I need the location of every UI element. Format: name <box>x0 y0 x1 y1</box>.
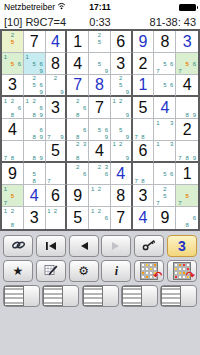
given-digit: 7 <box>89 97 110 118</box>
minigrid-icon <box>122 286 142 306</box>
minigrid-cell <box>19 288 24 290</box>
candidate-slot <box>38 148 45 155</box>
cell-r6c4[interactable]: 238 <box>67 141 89 163</box>
candidate-slot <box>124 141 131 148</box>
candidate-slot: 9 <box>38 111 45 118</box>
cell-r9c3[interactable]: 12 <box>46 207 68 229</box>
candidate-slot <box>103 45 110 52</box>
cell-r6c7[interactable]: 6 <box>133 141 155 163</box>
candidate-slot: 6 <box>81 170 88 177</box>
candidate-slot <box>24 75 31 82</box>
cell-r5c8[interactable]: 13 <box>154 119 176 141</box>
cell-r2c6[interactable]: 3 <box>111 53 133 75</box>
candidate-slot: 7 <box>154 199 161 206</box>
candidate-slot <box>46 88 53 95</box>
cell-r3c3[interactable]: 29 <box>46 75 68 97</box>
cell-r9c1[interactable]: 128 <box>2 207 24 229</box>
given-digit: 6 <box>133 141 154 161</box>
undo-move-button[interactable] <box>69 235 99 257</box>
candidate-slot <box>67 177 74 184</box>
candidate-slot: 1 <box>154 141 161 148</box>
cell-r4c6[interactable]: 129 <box>111 97 133 119</box>
cell-r3c1[interactable]: 3 <box>2 75 24 97</box>
cell-r2c9[interactable]: 567 <box>176 53 198 75</box>
candidate-slot <box>161 88 168 95</box>
candidate-slot: 1 <box>2 97 9 104</box>
candidate-grid: 25 <box>89 31 110 52</box>
toolbar: 3 ★ ⚙ i ↶ ↷ <box>0 231 200 307</box>
candidate-grid: 78 <box>133 163 154 184</box>
cell-r4c3[interactable]: 3 <box>46 97 68 119</box>
cell-r1c2[interactable]: 7 <box>24 31 46 53</box>
candidate-slot <box>111 75 118 82</box>
info-button[interactable]: i <box>101 260 131 282</box>
candidate-slot: 8 <box>31 111 38 118</box>
saved-state-button-5[interactable] <box>160 285 197 307</box>
candidate-slot: 2 <box>117 141 124 148</box>
candidate-slot <box>74 104 81 111</box>
candidate-slot <box>124 75 131 82</box>
cell-r4c4[interactable]: 268 <box>67 97 89 119</box>
cell-r3c4[interactable]: 7 <box>67 75 89 97</box>
candidate-slot <box>24 119 31 126</box>
cell-r5c6[interactable]: 59 <box>111 119 133 141</box>
cell-r3c6[interactable]: 259 <box>111 75 133 97</box>
cell-r9c7[interactable]: 4 <box>133 207 155 229</box>
candidate-slot <box>2 222 9 229</box>
sudoku-board: 2574125698315615698459325675673256929782… <box>0 29 200 231</box>
given-digit: 5 <box>46 141 66 161</box>
candidate-slot <box>168 133 175 140</box>
candidate-slot <box>103 31 110 38</box>
given-digit: 4 <box>176 75 198 95</box>
digit-select-button[interactable]: 3 <box>167 235 197 257</box>
candidate-slot: 8 <box>31 133 38 140</box>
cell-r9c9[interactable]: 68 <box>176 207 198 229</box>
candidate-slot <box>31 104 38 111</box>
candidate-slot <box>176 192 183 199</box>
candidate-slot: 8 <box>9 111 16 118</box>
candidate-slot: 2 <box>31 75 38 82</box>
candidate-slot <box>168 88 175 95</box>
cell-r7c9[interactable]: 1 <box>176 163 198 185</box>
candidate-slot: 8 <box>9 154 16 161</box>
candidate-slot <box>103 199 110 206</box>
candidate-slot: 6 <box>38 126 45 133</box>
candidate-slot: 2 <box>117 97 124 104</box>
cell-r4c7[interactable]: 5 <box>133 97 155 119</box>
cell-r7c5[interactable]: 236 <box>89 163 111 185</box>
candidate-slot <box>176 53 183 60</box>
candidate-slot: 6 <box>16 60 23 67</box>
candidate-slot: 1 <box>24 53 31 60</box>
candidate-slot <box>2 45 9 52</box>
candidate-slot <box>191 53 198 60</box>
candidate-slot: 8 <box>140 177 147 184</box>
cell-r8c5[interactable]: 12 <box>89 185 111 207</box>
cell-r8c2[interactable]: 4 <box>24 185 46 207</box>
candidate-slot <box>38 75 45 82</box>
cell-r8c6[interactable]: 8 <box>111 185 133 207</box>
candidate-slot <box>9 67 16 74</box>
cell-r9c8[interactable]: 9 <box>154 207 176 229</box>
candidate-slot <box>67 111 74 118</box>
given-digit: 8 <box>46 53 66 74</box>
gear-icon: ⚙ <box>78 265 89 277</box>
candidate-slot <box>96 199 103 206</box>
candidate-slot <box>59 82 66 89</box>
candidate-slot <box>154 88 161 95</box>
saved-state-button-3[interactable] <box>82 285 119 307</box>
candidate-slot: 9 <box>124 88 131 95</box>
cell-r6c5[interactable]: 4 <box>89 141 111 163</box>
candidate-slot <box>147 177 154 184</box>
candidate-slot <box>96 119 103 126</box>
candidate-slot <box>67 133 74 140</box>
candidate-slot: 6 <box>191 60 198 67</box>
candidate-slot <box>16 45 23 52</box>
cell-r6c8[interactable]: 13 <box>154 141 176 163</box>
candidate-slot: 5 <box>183 192 190 199</box>
cell-r4c2[interactable]: 12689 <box>24 97 46 119</box>
cell-r1c9[interactable]: 3 <box>176 31 198 53</box>
candidate-slot <box>46 126 53 133</box>
cell-r5c2[interactable]: 689 <box>24 119 46 141</box>
candidate-slot <box>161 154 168 161</box>
cell-r2c7[interactable]: 2 <box>133 53 155 75</box>
candidate-slot <box>31 119 38 126</box>
candidate-slot <box>154 148 161 155</box>
candidate-slot <box>9 185 16 192</box>
candidate-slot <box>176 60 183 67</box>
cell-r5c4[interactable]: 68 <box>67 119 89 141</box>
candidate-slot <box>67 97 74 104</box>
cell-r7c4[interactable]: 26 <box>67 163 89 185</box>
candidate-slot <box>24 88 31 95</box>
candidate-slot <box>183 141 190 148</box>
candidate-slot <box>81 148 88 155</box>
cell-r7c2[interactable]: 58 <box>24 163 46 185</box>
candidate-slot <box>191 148 198 155</box>
minigrid-icon <box>43 286 63 306</box>
candidate-slot <box>161 141 168 148</box>
cell-r5c7[interactable]: 78 <box>133 119 155 141</box>
candidate-slot: 3 <box>81 141 88 148</box>
candidate-slot <box>74 119 81 126</box>
candidate-slot <box>133 126 140 133</box>
settings-button[interactable]: ⚙ <box>69 260 99 282</box>
candidate-slot <box>124 126 131 133</box>
candidate-slot <box>9 199 16 206</box>
back-arrow-icon <box>78 239 90 254</box>
cell-r4c8[interactable]: 4 <box>154 97 176 119</box>
cell-r1c4[interactable]: 1 <box>67 31 89 53</box>
cell-r2c5[interactable]: 59 <box>89 53 111 75</box>
cell-r1c7[interactable]: 9 <box>133 31 155 53</box>
candidate-slot <box>89 133 96 140</box>
candidate-slot: 5 <box>31 170 38 177</box>
cell-r3c9[interactable]: 4 <box>176 75 198 97</box>
cell-r8c4[interactable]: 9 <box>67 185 89 207</box>
candidate-slot <box>183 185 190 192</box>
candidate-slot <box>176 207 183 214</box>
candidate-slot <box>161 67 168 74</box>
candidate-grid: 89 <box>24 141 45 161</box>
jump-start-button[interactable] <box>36 235 66 257</box>
candidate-slot <box>67 126 74 133</box>
candidate-slot <box>117 154 124 161</box>
candidate-slot: 7 <box>154 67 161 74</box>
key-button[interactable] <box>134 235 164 257</box>
candidate-slot: 5 <box>9 38 16 45</box>
minigrid-cell <box>19 293 24 295</box>
candidate-slot <box>154 177 161 184</box>
cell-r8c3[interactable]: 6 <box>46 185 68 207</box>
candidate-grid: 58 <box>24 163 45 184</box>
candidate-slot: 3 <box>103 163 110 170</box>
candidate-slot <box>103 185 110 192</box>
candidate-slot <box>74 177 81 184</box>
candidate-slot <box>38 53 45 60</box>
candidate-grid: 236 <box>89 163 110 184</box>
candidate-slot: 7 <box>176 199 183 206</box>
candidate-slot <box>89 119 96 126</box>
cell-r1c8[interactable]: 8 <box>154 31 176 53</box>
candidate-grid: 25 <box>2 31 23 52</box>
candidate-slot <box>9 148 16 155</box>
candidate-slot <box>96 67 103 74</box>
candidate-slot <box>161 199 168 206</box>
candidate-grid: 2569 <box>24 75 45 95</box>
bookmark-button[interactable]: ★ <box>3 260 33 282</box>
candidate-slot: 2 <box>96 185 103 192</box>
cell-r8c1[interactable]: 157 <box>2 185 24 207</box>
candidate-slot <box>124 97 131 104</box>
snapshot-redo-button[interactable]: ↷ <box>167 260 197 282</box>
candidate-slot <box>154 170 161 177</box>
cell-r9c6[interactable]: 7 <box>111 207 133 229</box>
cell-r1c3[interactable]: 4 <box>46 31 68 53</box>
cell-r7c8[interactable]: 56 <box>154 163 176 185</box>
cell-r3c7[interactable]: 1 <box>133 75 155 97</box>
candidate-grid: 567 <box>154 53 175 74</box>
candidate-grid: 12 <box>89 185 110 206</box>
candidate-slot <box>24 133 31 140</box>
candidate-slot <box>168 185 175 192</box>
saved-state-button-4[interactable] <box>121 285 158 307</box>
candidate-slot: 5 <box>31 60 38 67</box>
candidate-slot <box>111 154 118 161</box>
cell-count: 81-38: 43 <box>150 16 196 28</box>
candidate-slot <box>133 170 140 177</box>
saved-state-button-1[interactable] <box>3 285 40 307</box>
given-digit: 9 <box>154 207 175 229</box>
cell-r7c7[interactable]: 78 <box>133 163 155 185</box>
cell-r2c8[interactable]: 567 <box>154 53 176 75</box>
given-digit: 7 <box>24 31 45 52</box>
minigrid-cell <box>19 302 24 304</box>
candidate-slot <box>38 170 45 177</box>
candidate-slot <box>16 97 23 104</box>
cell-r4c9[interactable]: 89 <box>176 97 198 119</box>
candidate-slot <box>59 207 66 214</box>
candidate-slot <box>16 31 23 38</box>
candidate-slot <box>59 119 66 126</box>
candidate-slot <box>183 53 190 60</box>
pencilmarks-button[interactable] <box>36 260 66 282</box>
candidate-slot <box>147 119 154 126</box>
candidate-slot <box>52 222 59 229</box>
link-button[interactable] <box>3 235 33 257</box>
cell-r7c3[interactable]: 7 <box>46 163 68 185</box>
cell-r2c1[interactable]: 156 <box>2 53 24 75</box>
candidate-slot <box>24 60 31 67</box>
candidate-slot <box>191 222 198 229</box>
candidate-slot <box>16 148 23 155</box>
given-digit: 2 <box>133 53 154 74</box>
candidate-grid: 126 <box>89 207 110 229</box>
user-digit: 7 <box>67 75 88 95</box>
cell-r8c9[interactable]: 57 <box>176 185 198 207</box>
cell-r6c3[interactable]: 5 <box>46 141 68 163</box>
candidate-slot <box>16 53 23 60</box>
candidate-grid: 156 <box>2 53 23 74</box>
candidate-slot <box>16 111 23 118</box>
candidate-slot <box>140 119 147 126</box>
cell-r6c1[interactable]: 78 <box>2 141 24 163</box>
candidate-slot <box>176 222 183 229</box>
candidate-slot <box>147 133 154 140</box>
candidate-slot <box>2 31 9 38</box>
cell-r6c9[interactable]: 789 <box>176 141 198 163</box>
candidate-slot: 1 <box>46 207 53 214</box>
candidate-grid: 129 <box>111 97 131 118</box>
candidate-slot <box>103 177 110 184</box>
candidate-slot: 7 <box>133 177 140 184</box>
candidate-slot <box>103 192 110 199</box>
candidate-slot <box>16 38 23 45</box>
cell-r3c5[interactable]: 8 <box>89 75 111 97</box>
given-digit: 9 <box>2 163 23 184</box>
candidate-grid: 569 <box>89 119 110 140</box>
cell-r2c4[interactable]: 4 <box>67 53 89 75</box>
candidate-slot <box>2 192 9 199</box>
candidate-slot: 7 <box>2 199 9 206</box>
minigrid-cell <box>176 293 181 295</box>
cell-r9c2[interactable]: 3 <box>24 207 46 229</box>
candidate-slot: 6 <box>103 126 110 133</box>
candidate-grid: 13 <box>154 119 175 140</box>
given-digit: 4 <box>67 53 88 74</box>
candidate-slot <box>111 88 118 95</box>
candidate-slot <box>38 177 45 184</box>
candidate-slot <box>154 154 161 161</box>
candidate-slot <box>59 170 66 177</box>
cell-r6c2[interactable]: 89 <box>24 141 46 163</box>
candidate-slot <box>31 163 38 170</box>
cell-r3c2[interactable]: 2569 <box>24 75 46 97</box>
candidate-slot: 6 <box>191 214 198 221</box>
candidate-slot: 5 <box>161 82 168 89</box>
candidate-slot <box>133 163 140 170</box>
candidate-slot: 1 <box>111 141 118 148</box>
candidate-slot <box>168 126 175 133</box>
cell-r9c4[interactable]: 5 <box>67 207 89 229</box>
candidate-slot: 8 <box>31 154 38 161</box>
candidate-slot: 6 <box>16 104 23 111</box>
cell-r8c8[interactable]: 257 <box>154 185 176 207</box>
cell-r6c6[interactable]: 129 <box>111 141 133 163</box>
candidate-slot <box>24 126 31 133</box>
candidate-slot <box>161 163 168 170</box>
cell-r5c1[interactable]: 4 <box>2 119 24 141</box>
candidate-slot <box>111 111 118 118</box>
redo-move-button[interactable] <box>101 235 131 257</box>
cell-r5c3[interactable]: 79 <box>46 119 68 141</box>
candidate-slot: 7 <box>133 133 140 140</box>
candidate-slot <box>168 192 175 199</box>
candidate-slot <box>67 163 74 170</box>
candidate-slot: 1 <box>2 207 9 214</box>
forward-arrow-icon <box>110 239 122 254</box>
candidate-grid: 59 <box>89 53 110 74</box>
cell-r9c5[interactable]: 126 <box>89 207 111 229</box>
cell-r2c2[interactable]: 1569 <box>24 53 46 75</box>
selected-digit: 3 <box>178 239 186 253</box>
cell-r2c3[interactable]: 8 <box>46 53 68 75</box>
cell-r5c5[interactable]: 569 <box>89 119 111 141</box>
given-digit: 6 <box>46 185 66 206</box>
candidate-slot: 5 <box>183 60 190 67</box>
cell-r1c6[interactable]: 6 <box>111 31 133 53</box>
app-header: [10] R9C7=4 0:33 81-38: 43 <box>0 14 200 29</box>
candidate-slot: 1 <box>2 185 9 192</box>
given-digit: 5 <box>67 207 88 229</box>
candidate-grid: 78 <box>133 119 154 140</box>
cell-r3c8[interactable]: 56 <box>154 75 176 97</box>
cell-r7c6[interactable]: 4 <box>111 163 133 185</box>
candidate-slot: 6 <box>103 170 110 177</box>
candidate-slot <box>89 214 96 221</box>
toolbar-row-3 <box>3 285 197 307</box>
candidate-slot <box>133 119 140 126</box>
cell-r8c7[interactable]: 3 <box>133 185 155 207</box>
cell-r4c5[interactable]: 7 <box>89 97 111 119</box>
candidate-slot: 9 <box>191 154 198 161</box>
candidate-slot <box>111 126 118 133</box>
cell-r4c1[interactable]: 1268 <box>2 97 24 119</box>
snapshot-undo-button[interactable]: ↶ <box>134 260 164 282</box>
cell-r5c9[interactable]: 2 <box>176 119 198 141</box>
cell-r1c5[interactable]: 25 <box>89 31 111 53</box>
candidate-slot <box>81 111 88 118</box>
given-digit: 4 <box>89 141 110 161</box>
battery-icon <box>179 4 196 11</box>
candidate-slot: 1 <box>111 97 118 104</box>
candidate-slot <box>168 53 175 60</box>
user-digit: 1 <box>133 75 154 95</box>
cell-r7c1[interactable]: 9 <box>2 163 24 185</box>
candidate-slot <box>81 119 88 126</box>
candidate-slot <box>89 31 96 38</box>
candidate-slot <box>16 67 23 74</box>
saved-state-button-2[interactable] <box>42 285 79 307</box>
candidate-slot <box>67 119 74 126</box>
candidate-slot <box>89 199 96 206</box>
cell-r1c1[interactable]: 25 <box>2 31 24 53</box>
candidate-slot <box>191 97 198 104</box>
candidate-slot: 9 <box>38 67 45 74</box>
